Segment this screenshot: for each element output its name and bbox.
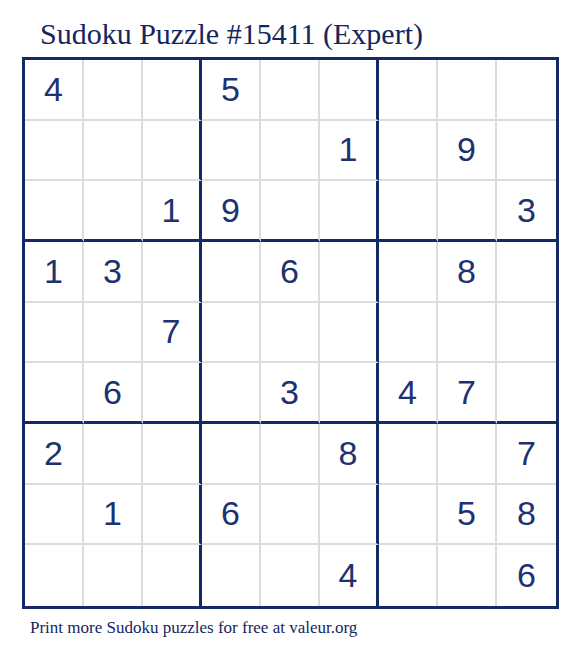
cell-r7c7 <box>379 424 438 485</box>
cell-r3c2 <box>84 181 143 242</box>
cell-r4c8: 8 <box>438 242 497 303</box>
cell-r4c2: 3 <box>84 242 143 303</box>
cell-r1c5 <box>261 60 320 121</box>
cell-r1c6 <box>320 60 379 121</box>
cell-r3c6 <box>320 181 379 242</box>
cell-r2c3 <box>143 121 202 182</box>
cell-r9c1 <box>25 545 84 606</box>
cell-r4c6 <box>320 242 379 303</box>
cell-r2c5 <box>261 121 320 182</box>
cell-r6c6 <box>320 363 379 424</box>
cell-r9c2 <box>84 545 143 606</box>
cell-r2c8: 9 <box>438 121 497 182</box>
cell-r7c9: 7 <box>497 424 556 485</box>
cell-r6c4 <box>202 363 261 424</box>
cell-r6c5: 3 <box>261 363 320 424</box>
page-title: Sudoku Puzzle #15411 (Expert) <box>40 16 580 52</box>
cell-r2c2 <box>84 121 143 182</box>
cell-r1c8 <box>438 60 497 121</box>
cell-r4c9 <box>497 242 556 303</box>
cell-r2c9 <box>497 121 556 182</box>
cell-r3c9: 3 <box>497 181 556 242</box>
cell-r8c3 <box>143 485 202 546</box>
cell-r4c1: 1 <box>25 242 84 303</box>
cell-r8c5 <box>261 485 320 546</box>
cell-r6c3 <box>143 363 202 424</box>
cell-r5c6 <box>320 303 379 364</box>
cell-r5c8 <box>438 303 497 364</box>
cell-r1c2 <box>84 60 143 121</box>
cell-r1c1: 4 <box>25 60 84 121</box>
cell-r3c1 <box>25 181 84 242</box>
cell-r5c9 <box>497 303 556 364</box>
cell-r8c7 <box>379 485 438 546</box>
cell-r2c7 <box>379 121 438 182</box>
cell-r4c4 <box>202 242 261 303</box>
cell-r9c6: 4 <box>320 545 379 606</box>
cell-r8c1 <box>25 485 84 546</box>
cell-r2c6: 1 <box>320 121 379 182</box>
cell-r1c7 <box>379 60 438 121</box>
cell-r8c9: 8 <box>497 485 556 546</box>
cell-r9c4 <box>202 545 261 606</box>
cell-r5c4 <box>202 303 261 364</box>
cell-r5c1 <box>25 303 84 364</box>
cell-r7c4 <box>202 424 261 485</box>
cell-r5c2 <box>84 303 143 364</box>
cell-r5c7 <box>379 303 438 364</box>
cell-r6c7: 4 <box>379 363 438 424</box>
cell-r8c8: 5 <box>438 485 497 546</box>
cell-r9c9: 6 <box>497 545 556 606</box>
cell-r9c7 <box>379 545 438 606</box>
cell-r8c2: 1 <box>84 485 143 546</box>
cell-r6c9 <box>497 363 556 424</box>
cell-r2c4 <box>202 121 261 182</box>
cell-r8c4: 6 <box>202 485 261 546</box>
cell-r4c3 <box>143 242 202 303</box>
cell-r7c6: 8 <box>320 424 379 485</box>
cell-r4c5: 6 <box>261 242 320 303</box>
cell-r8c6 <box>320 485 379 546</box>
cell-r7c3 <box>143 424 202 485</box>
cell-r3c4: 9 <box>202 181 261 242</box>
cell-r9c8 <box>438 545 497 606</box>
cell-r4c7 <box>379 242 438 303</box>
cell-r7c8 <box>438 424 497 485</box>
cell-r1c3 <box>143 60 202 121</box>
cell-r3c5 <box>261 181 320 242</box>
cell-r3c8 <box>438 181 497 242</box>
footer-note: Print more Sudoku puzzles for free at va… <box>30 618 580 638</box>
cell-r3c7 <box>379 181 438 242</box>
cell-r5c3: 7 <box>143 303 202 364</box>
cell-r6c8: 7 <box>438 363 497 424</box>
cell-r1c4: 5 <box>202 60 261 121</box>
cell-r2c1 <box>25 121 84 182</box>
cell-r7c5 <box>261 424 320 485</box>
cell-r6c1 <box>25 363 84 424</box>
cell-r1c9 <box>497 60 556 121</box>
cell-r7c1: 2 <box>25 424 84 485</box>
cell-r9c5 <box>261 545 320 606</box>
cell-r9c3 <box>143 545 202 606</box>
cell-r3c3: 1 <box>143 181 202 242</box>
cell-r7c2 <box>84 424 143 485</box>
cell-r5c5 <box>261 303 320 364</box>
cell-r6c2: 6 <box>84 363 143 424</box>
sudoku-board: 4519193136876347287165846 <box>22 57 559 609</box>
